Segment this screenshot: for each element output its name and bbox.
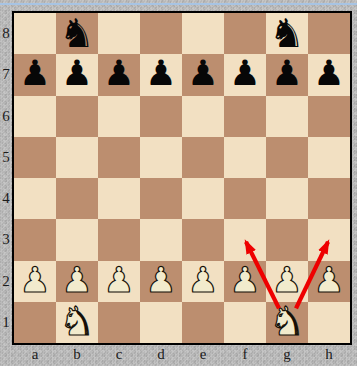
black-pawn-f7: ♟ bbox=[229, 56, 260, 91]
rank-labels: 87654321 bbox=[0, 13, 12, 343]
square-b4 bbox=[56, 178, 98, 219]
square-d7: ♟ bbox=[140, 54, 182, 95]
white-pawn-e2: ♟ bbox=[187, 263, 218, 298]
square-f3 bbox=[224, 219, 266, 260]
square-h2: ♟ bbox=[308, 261, 350, 302]
square-g1: ♞ bbox=[266, 302, 308, 343]
rank-label-8: 8 bbox=[0, 13, 12, 54]
square-a6 bbox=[14, 96, 56, 137]
square-d5 bbox=[140, 137, 182, 178]
square-f7: ♟ bbox=[224, 54, 266, 95]
square-b2: ♟ bbox=[56, 261, 98, 302]
board-grid: ♞♞♟♟♟♟♟♟♟♟♟♟♟♟♟♟♟♟♞♞ bbox=[14, 13, 350, 343]
black-pawn-g7: ♟ bbox=[271, 56, 302, 91]
square-e2: ♟ bbox=[182, 261, 224, 302]
square-f1 bbox=[224, 302, 266, 343]
square-b3 bbox=[56, 219, 98, 260]
chess-board: ♞♞♟♟♟♟♟♟♟♟♟♟♟♟♟♟♟♟♞♞ bbox=[12, 11, 352, 345]
square-h5 bbox=[308, 137, 350, 178]
black-pawn-b7: ♟ bbox=[61, 56, 92, 91]
square-g3 bbox=[266, 219, 308, 260]
square-h4 bbox=[308, 178, 350, 219]
white-pawn-f2: ♟ bbox=[229, 263, 260, 298]
rank-label-7: 7 bbox=[0, 54, 12, 95]
square-f2: ♟ bbox=[224, 261, 266, 302]
white-pawn-a2: ♟ bbox=[19, 263, 50, 298]
square-d1 bbox=[140, 302, 182, 343]
black-pawn-e7: ♟ bbox=[187, 56, 218, 91]
square-a3 bbox=[14, 219, 56, 260]
square-g6 bbox=[266, 96, 308, 137]
square-d4 bbox=[140, 178, 182, 219]
square-f5 bbox=[224, 137, 266, 178]
square-h7: ♟ bbox=[308, 54, 350, 95]
square-d3 bbox=[140, 219, 182, 260]
square-b7: ♟ bbox=[56, 54, 98, 95]
white-pawn-g2: ♟ bbox=[271, 263, 302, 298]
file-label-e: e bbox=[182, 345, 224, 364]
black-pawn-h7: ♟ bbox=[313, 56, 344, 91]
black-pawn-a7: ♟ bbox=[19, 56, 50, 91]
file-label-c: c bbox=[98, 345, 140, 364]
square-g8: ♞ bbox=[266, 13, 308, 54]
rank-label-4: 4 bbox=[0, 178, 12, 219]
square-a8 bbox=[14, 13, 56, 54]
square-g7: ♟ bbox=[266, 54, 308, 95]
square-c6 bbox=[98, 96, 140, 137]
square-c5 bbox=[98, 137, 140, 178]
square-d6 bbox=[140, 96, 182, 137]
square-h6 bbox=[308, 96, 350, 137]
white-pawn-h2: ♟ bbox=[313, 263, 344, 298]
square-b6 bbox=[56, 96, 98, 137]
file-label-d: d bbox=[140, 345, 182, 364]
square-c1 bbox=[98, 302, 140, 343]
rank-label-3: 3 bbox=[0, 219, 12, 260]
black-pawn-c7: ♟ bbox=[103, 56, 134, 91]
file-label-g: g bbox=[266, 345, 308, 364]
square-f6 bbox=[224, 96, 266, 137]
white-knight-b1: ♞ bbox=[59, 302, 95, 342]
file-label-b: b bbox=[56, 345, 98, 364]
square-e1 bbox=[182, 302, 224, 343]
square-e6 bbox=[182, 96, 224, 137]
top-accent-line bbox=[0, 3, 357, 5]
square-e7: ♟ bbox=[182, 54, 224, 95]
square-g2: ♟ bbox=[266, 261, 308, 302]
square-g4 bbox=[266, 178, 308, 219]
square-g5 bbox=[266, 137, 308, 178]
square-e8 bbox=[182, 13, 224, 54]
square-h3 bbox=[308, 219, 350, 260]
square-b5 bbox=[56, 137, 98, 178]
square-c2: ♟ bbox=[98, 261, 140, 302]
file-label-a: a bbox=[14, 345, 56, 364]
square-d2: ♟ bbox=[140, 261, 182, 302]
black-knight-g8: ♞ bbox=[269, 13, 305, 53]
square-h8 bbox=[308, 13, 350, 54]
rank-label-6: 6 bbox=[0, 96, 12, 137]
square-a5 bbox=[14, 137, 56, 178]
white-pawn-d2: ♟ bbox=[145, 263, 176, 298]
square-c7: ♟ bbox=[98, 54, 140, 95]
square-e3 bbox=[182, 219, 224, 260]
file-label-h: h bbox=[308, 345, 350, 364]
square-f8 bbox=[224, 13, 266, 54]
square-f4 bbox=[224, 178, 266, 219]
black-pawn-d7: ♟ bbox=[145, 56, 176, 91]
square-d8 bbox=[140, 13, 182, 54]
square-a1 bbox=[14, 302, 56, 343]
rank-label-5: 5 bbox=[0, 137, 12, 178]
square-c4 bbox=[98, 178, 140, 219]
square-a4 bbox=[14, 178, 56, 219]
square-a7: ♟ bbox=[14, 54, 56, 95]
square-h1 bbox=[308, 302, 350, 343]
file-label-f: f bbox=[224, 345, 266, 364]
square-c3 bbox=[98, 219, 140, 260]
white-pawn-c2: ♟ bbox=[103, 263, 134, 298]
square-c8 bbox=[98, 13, 140, 54]
black-knight-b8: ♞ bbox=[59, 13, 95, 53]
white-knight-g1: ♞ bbox=[269, 302, 305, 342]
square-e5 bbox=[182, 137, 224, 178]
square-a2: ♟ bbox=[14, 261, 56, 302]
rank-label-2: 2 bbox=[0, 261, 12, 302]
white-pawn-b2: ♟ bbox=[61, 263, 92, 298]
square-b8: ♞ bbox=[56, 13, 98, 54]
file-labels: abcdefgh bbox=[14, 345, 350, 364]
square-b1: ♞ bbox=[56, 302, 98, 343]
square-e4 bbox=[182, 178, 224, 219]
rank-label-1: 1 bbox=[0, 302, 12, 343]
chess-diagram-screen: 87654321 ♞♞♟♟♟♟♟♟♟♟♟♟♟♟♟♟♟♟♞♞ abcdefgh bbox=[0, 0, 357, 366]
